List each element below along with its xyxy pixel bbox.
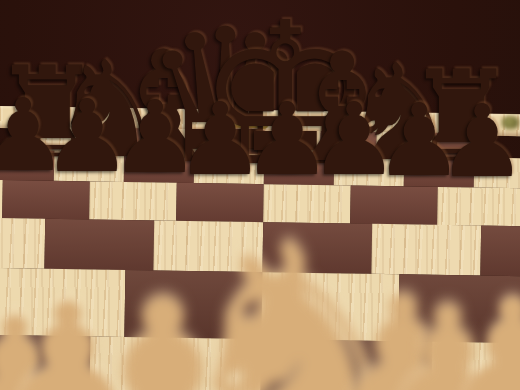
square-b5[interactable] (0, 217, 45, 269)
chess-photo-scene: ♜♞♝♛♚♝♞♜♟♟♟♟♟♟♟♟ ♟♟♟♞♟♟♟ (0, 0, 520, 390)
black-pawn-h7[interactable]: ♟ (437, 92, 520, 192)
white-pawn-foreground-7[interactable]: ♟ (439, 278, 520, 390)
